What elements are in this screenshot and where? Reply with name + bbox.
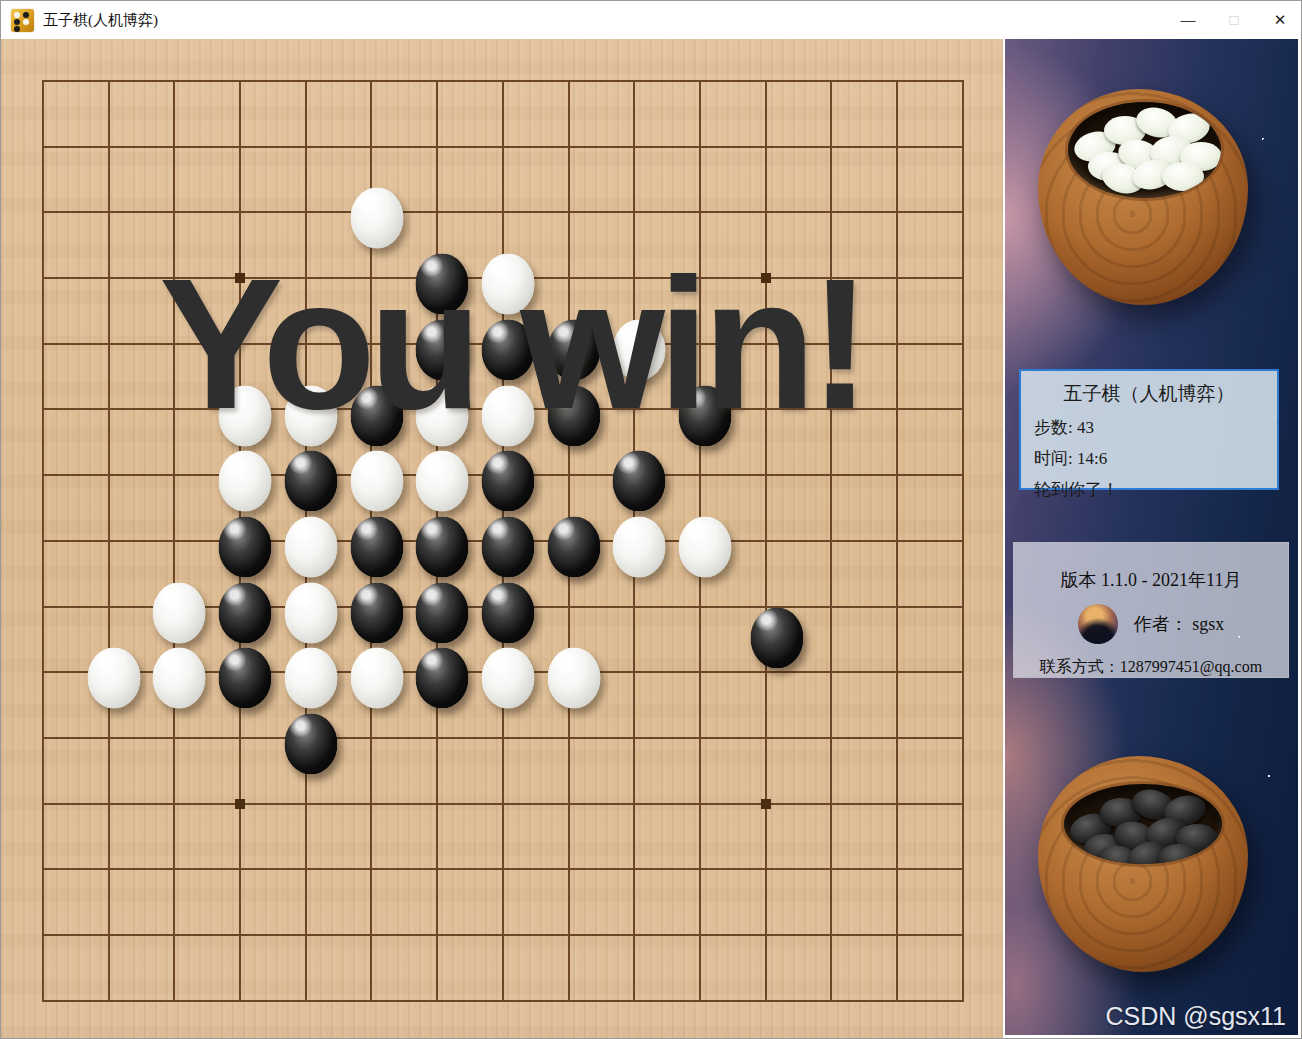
board-cell [832, 542, 898, 608]
board-cell [767, 936, 833, 1002]
board-cell [241, 870, 307, 936]
board-cell [438, 805, 504, 871]
board-cell [701, 936, 767, 1002]
board-cell [767, 739, 833, 805]
window-title: 五子棋(人机博弈) [43, 11, 158, 30]
board-cell [372, 739, 438, 805]
board-cell [898, 279, 964, 345]
win-message: You win! [159, 251, 864, 437]
board-cell [175, 936, 241, 1002]
white-stone [613, 516, 666, 577]
board-cell [44, 279, 110, 345]
board-cell [372, 805, 438, 871]
board-cell [307, 870, 373, 936]
board-cell [635, 673, 701, 739]
board-cell [110, 870, 176, 936]
white-stone [547, 648, 600, 709]
board-cell [701, 739, 767, 805]
board-cell [898, 476, 964, 542]
black-stone [547, 516, 600, 577]
white-stone [284, 582, 337, 643]
board-cell [438, 148, 504, 214]
board-cell [241, 82, 307, 148]
board-cell [504, 870, 570, 936]
board-cell [570, 870, 636, 936]
board-cell [44, 345, 110, 411]
board-cell [307, 805, 373, 871]
board-cell [701, 82, 767, 148]
board-cell [175, 739, 241, 805]
title-bar[interactable]: 五子棋(人机博弈) — □ ✕ [1, 1, 1302, 39]
board-cell [44, 739, 110, 805]
board-cell [832, 870, 898, 936]
board-cell [767, 148, 833, 214]
board-cell [832, 673, 898, 739]
board-cell [110, 805, 176, 871]
board-cell [570, 82, 636, 148]
board-cell [898, 608, 964, 674]
white-stone [679, 516, 732, 577]
board-cell [832, 936, 898, 1002]
board-cell [110, 936, 176, 1002]
time-label: 时间: 14:6 [1034, 447, 1264, 470]
white-stone [153, 648, 206, 709]
author-avatar [1078, 604, 1118, 644]
black-stone [481, 451, 534, 512]
black-stone [416, 516, 469, 577]
board-cell [504, 805, 570, 871]
board-cell [701, 673, 767, 739]
board-cell [44, 213, 110, 279]
white-stone [87, 648, 140, 709]
author-label: 作者： sgsx [1134, 612, 1225, 636]
board-cell [635, 608, 701, 674]
close-button[interactable]: ✕ [1257, 1, 1302, 39]
board-cell [832, 148, 898, 214]
board-cell [307, 936, 373, 1002]
black-stone [750, 607, 803, 668]
board-cell [44, 870, 110, 936]
board-cell [175, 805, 241, 871]
board-cell [832, 739, 898, 805]
black-stone [416, 648, 469, 709]
board-cell [898, 213, 964, 279]
game-info-box: 五子棋（人机博弈） 步数: 43 时间: 14:6 轮到你了！ [1019, 369, 1279, 490]
board-cell [635, 870, 701, 936]
board-cell [898, 82, 964, 148]
board-cell [175, 870, 241, 936]
board-cell [44, 410, 110, 476]
white-stone [153, 582, 206, 643]
white-stone [481, 648, 534, 709]
board-cell [898, 410, 964, 476]
star-point [235, 799, 245, 809]
star-point [761, 799, 771, 809]
board-cell [372, 936, 438, 1002]
board-cell [307, 82, 373, 148]
gomoku-board[interactable]: You win! [1, 39, 1003, 1039]
board-cell [701, 805, 767, 871]
board-cell [504, 936, 570, 1002]
board-cell [767, 476, 833, 542]
board-cell [767, 805, 833, 871]
board-cell [372, 82, 438, 148]
black-stone [416, 582, 469, 643]
board-cell [767, 870, 833, 936]
board-cell [372, 870, 438, 936]
board-cell [570, 739, 636, 805]
board-cell [898, 870, 964, 936]
board-cell [44, 805, 110, 871]
board-cell [898, 739, 964, 805]
board-cell [438, 739, 504, 805]
board-cell [44, 936, 110, 1002]
board-cell [44, 82, 110, 148]
board-cell [175, 82, 241, 148]
black-stone [350, 516, 403, 577]
board-cell [241, 936, 307, 1002]
board-cell [767, 82, 833, 148]
board-cell [898, 542, 964, 608]
board-cell [44, 476, 110, 542]
steps-label: 步数: 43 [1034, 416, 1264, 439]
board-cell [635, 82, 701, 148]
version-label: 版本 1.1.0 - 2021年11月 [1014, 568, 1288, 592]
turn-label: 轮到你了！ [1034, 478, 1264, 501]
app-icon [11, 9, 34, 32]
black-bowl-opening [1064, 784, 1222, 864]
board-cell [241, 148, 307, 214]
board-cell [438, 870, 504, 936]
board-cell [110, 739, 176, 805]
black-stone [481, 516, 534, 577]
board-cell [175, 148, 241, 214]
board-cell [898, 148, 964, 214]
black-stone [284, 451, 337, 512]
board-cell [767, 542, 833, 608]
black-stone [219, 516, 272, 577]
black-stone [219, 582, 272, 643]
board-cell [44, 148, 110, 214]
black-stone [350, 582, 403, 643]
board-cell [504, 148, 570, 214]
board-cell [832, 82, 898, 148]
board-cell [110, 476, 176, 542]
board-cell [767, 673, 833, 739]
white-stone-bowl [1038, 89, 1248, 305]
white-stone [284, 516, 337, 577]
board-cell [701, 148, 767, 214]
app-window: 五子棋(人机博弈) — □ ✕ You win! 五子棋（人机博弈） 步数: 4… [0, 0, 1302, 1039]
csdn-watermark: CSDN @sgsx11 [1105, 1002, 1286, 1031]
board-cell [438, 82, 504, 148]
board-cell [438, 936, 504, 1002]
white-stone [284, 648, 337, 709]
board-cell [110, 82, 176, 148]
white-stone [219, 451, 272, 512]
minimize-button[interactable]: — [1165, 1, 1211, 39]
black-stone [481, 582, 534, 643]
info-title: 五子棋（人机博弈） [1034, 381, 1264, 407]
white-stone [416, 451, 469, 512]
board-cell [832, 805, 898, 871]
board-cell [898, 673, 964, 739]
board-cell [241, 805, 307, 871]
board-cell [110, 148, 176, 214]
white-stone [350, 648, 403, 709]
board-cell [44, 542, 110, 608]
board-cell [635, 148, 701, 214]
board-cell [570, 805, 636, 871]
board-cell [832, 608, 898, 674]
side-panel: 五子棋（人机博弈） 步数: 43 时间: 14:6 轮到你了！ 版本 1.1.0… [1003, 39, 1302, 1039]
board-cell [898, 345, 964, 411]
board-cell [504, 82, 570, 148]
black-stone [613, 451, 666, 512]
board-cell [898, 805, 964, 871]
white-bowl-stone [1162, 162, 1204, 191]
board-cell [635, 739, 701, 805]
board-cell [570, 936, 636, 1002]
board-cell [635, 805, 701, 871]
contact-label: 联系方式：1287997451@qq.com [1014, 657, 1288, 678]
black-stone-bowl [1038, 756, 1248, 972]
black-stone [284, 714, 337, 775]
black-stone [219, 648, 272, 709]
maximize-button[interactable]: □ [1211, 1, 1257, 39]
board-cell [570, 148, 636, 214]
board-cell [701, 870, 767, 936]
board-cell [832, 476, 898, 542]
white-bowl-opening [1068, 102, 1221, 198]
board-cell [504, 739, 570, 805]
board-cell [635, 936, 701, 1002]
board-cell [898, 936, 964, 1002]
about-box: 版本 1.1.0 - 2021年11月 作者： sgsx 联系方式：128799… [1013, 542, 1289, 678]
white-stone [350, 451, 403, 512]
